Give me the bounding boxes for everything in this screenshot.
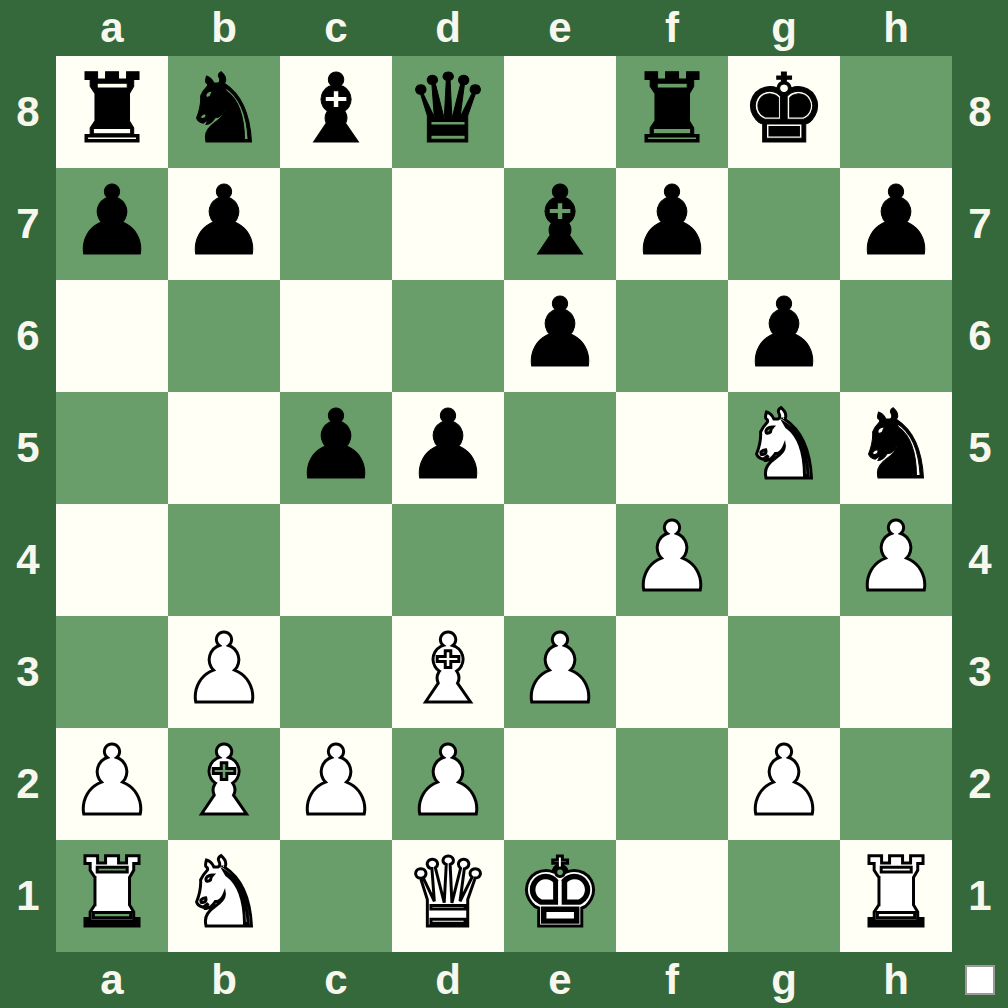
- piece-black-pawn[interactable]: ♟: [741, 285, 827, 381]
- square-e5[interactable]: [504, 392, 616, 504]
- piece-white-knight[interactable]: ♞: [741, 397, 827, 493]
- square-h3[interactable]: [840, 616, 952, 728]
- file-label-a-bottom: a: [56, 952, 168, 1008]
- file-label-a-top: a: [56, 0, 168, 56]
- file-label-b-bottom: b: [168, 952, 280, 1008]
- square-h8[interactable]: [840, 56, 952, 168]
- square-a1[interactable]: ♜: [56, 840, 168, 952]
- square-d4[interactable]: [392, 504, 504, 616]
- piece-black-bishop[interactable]: ♝: [293, 61, 379, 157]
- square-h2[interactable]: [840, 728, 952, 840]
- file-label-g-top: g: [728, 0, 840, 56]
- square-e2[interactable]: [504, 728, 616, 840]
- board-corner-top-left: [0, 0, 56, 56]
- piece-white-pawn[interactable]: ♟: [517, 621, 603, 717]
- square-c3[interactable]: [280, 616, 392, 728]
- piece-black-rook[interactable]: ♜: [629, 61, 715, 157]
- square-a8[interactable]: ♜: [56, 56, 168, 168]
- rank-label-7-left: 7: [0, 168, 56, 280]
- piece-black-pawn[interactable]: ♟: [629, 173, 715, 269]
- piece-black-pawn[interactable]: ♟: [853, 173, 939, 269]
- square-d7[interactable]: [392, 168, 504, 280]
- file-label-b-top: b: [168, 0, 280, 56]
- square-g6[interactable]: ♟: [728, 280, 840, 392]
- turn-indicator-white-to-move: [965, 965, 995, 995]
- square-b3[interactable]: ♟: [168, 616, 280, 728]
- piece-black-queen[interactable]: ♛: [405, 61, 491, 157]
- piece-black-pawn[interactable]: ♟: [69, 173, 155, 269]
- square-e3[interactable]: ♟: [504, 616, 616, 728]
- rank-label-2-right: 2: [952, 728, 1008, 840]
- square-h5[interactable]: ♞: [840, 392, 952, 504]
- square-c2[interactable]: ♟: [280, 728, 392, 840]
- square-f2[interactable]: [616, 728, 728, 840]
- square-f5[interactable]: [616, 392, 728, 504]
- square-g4[interactable]: [728, 504, 840, 616]
- square-b7[interactable]: ♟: [168, 168, 280, 280]
- piece-white-pawn[interactable]: ♟: [293, 733, 379, 829]
- piece-white-rook[interactable]: ♜: [69, 845, 155, 941]
- square-c8[interactable]: ♝: [280, 56, 392, 168]
- file-label-h-top: h: [840, 0, 952, 56]
- piece-black-pawn[interactable]: ♟: [293, 397, 379, 493]
- file-label-e-bottom: e: [504, 952, 616, 1008]
- piece-white-pawn[interactable]: ♟: [405, 733, 491, 829]
- rank-label-3-right: 3: [952, 616, 1008, 728]
- file-label-f-bottom: f: [616, 952, 728, 1008]
- square-b1[interactable]: ♞: [168, 840, 280, 952]
- file-label-e-top: e: [504, 0, 616, 56]
- rank-label-4-right: 4: [952, 504, 1008, 616]
- square-b5[interactable]: [168, 392, 280, 504]
- file-label-g-bottom: g: [728, 952, 840, 1008]
- board-corner-bottom-right: [952, 952, 1008, 1008]
- piece-white-bishop[interactable]: ♝: [405, 621, 491, 717]
- square-e6[interactable]: ♟: [504, 280, 616, 392]
- rank-label-6-right: 6: [952, 280, 1008, 392]
- rank-label-2-left: 2: [0, 728, 56, 840]
- square-c6[interactable]: [280, 280, 392, 392]
- piece-black-knight[interactable]: ♞: [853, 397, 939, 493]
- file-label-c-bottom: c: [280, 952, 392, 1008]
- board-corner-bottom-left: [0, 952, 56, 1008]
- square-a3[interactable]: [56, 616, 168, 728]
- square-e4[interactable]: [504, 504, 616, 616]
- piece-white-pawn[interactable]: ♟: [629, 509, 715, 605]
- square-f1[interactable]: [616, 840, 728, 952]
- square-e1[interactable]: ♚: [504, 840, 616, 952]
- rank-label-4-left: 4: [0, 504, 56, 616]
- square-c5[interactable]: ♟: [280, 392, 392, 504]
- piece-white-pawn[interactable]: ♟: [853, 509, 939, 605]
- piece-white-rook[interactable]: ♜: [853, 845, 939, 941]
- piece-black-rook[interactable]: ♜: [69, 61, 155, 157]
- board-corner-top-right: [952, 0, 1008, 56]
- square-h7[interactable]: ♟: [840, 168, 952, 280]
- square-f8[interactable]: ♜: [616, 56, 728, 168]
- file-label-c-top: c: [280, 0, 392, 56]
- square-h6[interactable]: [840, 280, 952, 392]
- piece-white-knight[interactable]: ♞: [181, 845, 267, 941]
- rank-label-6-left: 6: [0, 280, 56, 392]
- square-a4[interactable]: [56, 504, 168, 616]
- square-g2[interactable]: ♟: [728, 728, 840, 840]
- piece-white-bishop[interactable]: ♝: [181, 733, 267, 829]
- square-b8[interactable]: ♞: [168, 56, 280, 168]
- rank-label-8-right: 8: [952, 56, 1008, 168]
- square-f4[interactable]: ♟: [616, 504, 728, 616]
- square-e7[interactable]: ♝: [504, 168, 616, 280]
- piece-black-pawn[interactable]: ♟: [405, 397, 491, 493]
- piece-black-knight[interactable]: ♞: [181, 61, 267, 157]
- square-c7[interactable]: [280, 168, 392, 280]
- piece-black-bishop[interactable]: ♝: [517, 173, 603, 269]
- chess-board: abcdefgh8♜♞♝♛♜♚87♟♟♝♟♟76♟♟65♟♟♞♞54♟♟43♟♝…: [0, 0, 1008, 1008]
- piece-white-pawn[interactable]: ♟: [181, 621, 267, 717]
- file-label-f-top: f: [616, 0, 728, 56]
- rank-label-1-right: 1: [952, 840, 1008, 952]
- square-d3[interactable]: ♝: [392, 616, 504, 728]
- square-a2[interactable]: ♟: [56, 728, 168, 840]
- square-g3[interactable]: [728, 616, 840, 728]
- square-b2[interactable]: ♝: [168, 728, 280, 840]
- square-f7[interactable]: ♟: [616, 168, 728, 280]
- square-d5[interactable]: ♟: [392, 392, 504, 504]
- square-f3[interactable]: [616, 616, 728, 728]
- file-label-h-bottom: h: [840, 952, 952, 1008]
- square-a5[interactable]: [56, 392, 168, 504]
- piece-black-king[interactable]: ♚: [741, 61, 827, 157]
- square-g8[interactable]: ♚: [728, 56, 840, 168]
- piece-white-king[interactable]: ♚: [517, 845, 603, 941]
- rank-label-5-left: 5: [0, 392, 56, 504]
- file-label-d-top: d: [392, 0, 504, 56]
- square-g7[interactable]: [728, 168, 840, 280]
- rank-label-3-left: 3: [0, 616, 56, 728]
- square-c4[interactable]: [280, 504, 392, 616]
- piece-black-pawn[interactable]: ♟: [181, 173, 267, 269]
- square-h4[interactable]: ♟: [840, 504, 952, 616]
- square-f6[interactable]: [616, 280, 728, 392]
- square-a6[interactable]: [56, 280, 168, 392]
- square-c1[interactable]: [280, 840, 392, 952]
- square-g1[interactable]: [728, 840, 840, 952]
- square-d2[interactable]: ♟: [392, 728, 504, 840]
- square-d1[interactable]: ♛: [392, 840, 504, 952]
- rank-label-5-right: 5: [952, 392, 1008, 504]
- square-e8[interactable]: [504, 56, 616, 168]
- square-a7[interactable]: ♟: [56, 168, 168, 280]
- square-d8[interactable]: ♛: [392, 56, 504, 168]
- square-d6[interactable]: [392, 280, 504, 392]
- square-b6[interactable]: [168, 280, 280, 392]
- piece-black-pawn[interactable]: ♟: [517, 285, 603, 381]
- piece-white-pawn[interactable]: ♟: [69, 733, 155, 829]
- rank-label-1-left: 1: [0, 840, 56, 952]
- piece-white-pawn[interactable]: ♟: [741, 733, 827, 829]
- rank-label-8-left: 8: [0, 56, 56, 168]
- rank-label-7-right: 7: [952, 168, 1008, 280]
- file-label-d-bottom: d: [392, 952, 504, 1008]
- square-g5[interactable]: ♞: [728, 392, 840, 504]
- piece-white-queen[interactable]: ♛: [405, 845, 491, 941]
- square-b4[interactable]: [168, 504, 280, 616]
- square-h1[interactable]: ♜: [840, 840, 952, 952]
